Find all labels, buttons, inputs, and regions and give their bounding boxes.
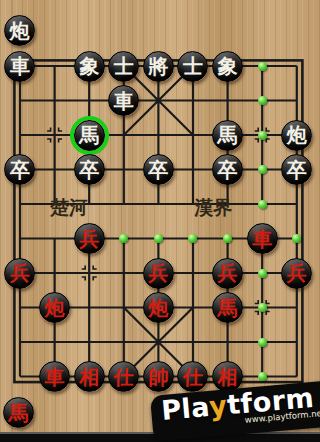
- legal-move-dot[interactable]: [258, 338, 267, 347]
- piece-black-cannon[interactable]: 炮: [281, 120, 312, 151]
- captured-piece-tray-bottom: 馬: [3, 397, 34, 428]
- piece-black-soldier[interactable]: 卒: [4, 154, 35, 185]
- piece-red-chariot[interactable]: 車: [247, 223, 278, 254]
- captured-piece-tray-top: 炮: [4, 15, 35, 46]
- piece-black-chariot[interactable]: 車: [4, 51, 35, 82]
- legal-move-dot[interactable]: [258, 131, 267, 140]
- legal-move-dot[interactable]: [258, 96, 267, 105]
- piece-red-elephant[interactable]: 相: [74, 361, 105, 392]
- legal-move-dot[interactable]: [258, 62, 267, 71]
- legal-move-dot[interactable]: [258, 372, 267, 381]
- piece-red-cannon[interactable]: 炮: [39, 292, 70, 323]
- piece-red-general[interactable]: 帥: [143, 361, 174, 392]
- legal-move-dot[interactable]: [119, 234, 128, 243]
- piece-red-soldier[interactable]: 兵: [4, 258, 35, 289]
- piece-black-horse[interactable]: 馬: [212, 120, 243, 151]
- piece-black-soldier[interactable]: 卒: [212, 154, 243, 185]
- piece-red-soldier[interactable]: 兵: [143, 258, 174, 289]
- board-grid[interactable]: 車象士將士象車馬馬炮卒卒卒卒卒兵車兵兵兵兵炮炮馬車相仕帥仕相: [3, 49, 314, 394]
- piece-red-horse: 馬: [3, 397, 34, 428]
- legal-move-dot[interactable]: [292, 234, 301, 243]
- piece-black-soldier[interactable]: 卒: [74, 154, 105, 185]
- piece-red-horse[interactable]: 馬: [212, 292, 243, 323]
- piece-black-elephant[interactable]: 象: [74, 51, 105, 82]
- legal-move-dot[interactable]: [258, 269, 267, 278]
- legal-move-dot[interactable]: [258, 303, 267, 312]
- piece-red-chariot[interactable]: 車: [39, 361, 70, 392]
- legal-move-dot[interactable]: [258, 165, 267, 174]
- legal-move-dot[interactable]: [154, 234, 163, 243]
- piece-black-cannon: 炮: [4, 15, 35, 46]
- piece-black-horse-selected[interactable]: 馬: [74, 120, 105, 151]
- piece-black-elephant[interactable]: 象: [212, 51, 243, 82]
- legal-move-dot[interactable]: [258, 200, 267, 209]
- legal-move-dot[interactable]: [223, 234, 232, 243]
- piece-red-advisor[interactable]: 仕: [108, 361, 139, 392]
- piece-red-soldier[interactable]: 兵: [74, 223, 105, 254]
- piece-red-advisor[interactable]: 仕: [177, 361, 208, 392]
- piece-black-chariot[interactable]: 車: [108, 85, 139, 116]
- piece-black-general[interactable]: 將: [143, 51, 174, 82]
- piece-black-soldier[interactable]: 卒: [143, 154, 174, 185]
- xiangqi-game-screen: 楚河 漢界 車象士將士象車馬馬炮卒卒卒卒卒兵車兵兵兵兵炮炮馬車相仕帥仕相 炮 馬…: [0, 0, 320, 442]
- piece-red-soldier[interactable]: 兵: [212, 258, 243, 289]
- piece-black-soldier[interactable]: 卒: [281, 154, 312, 185]
- piece-red-soldier[interactable]: 兵: [281, 258, 312, 289]
- piece-black-advisor[interactable]: 士: [108, 51, 139, 82]
- piece-red-cannon[interactable]: 炮: [143, 292, 174, 323]
- legal-move-dot[interactable]: [188, 234, 197, 243]
- piece-black-advisor[interactable]: 士: [177, 51, 208, 82]
